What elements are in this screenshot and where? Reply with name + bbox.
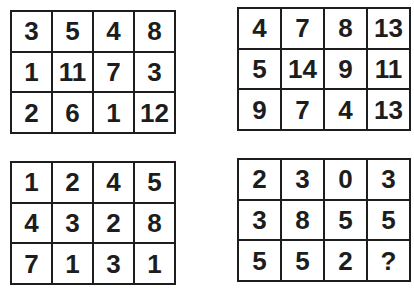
cell-tl-r1c2: 7 (94, 53, 133, 92)
cell-tr-r1c1: 14 (282, 50, 323, 89)
cell-tl-r0c0: 3 (12, 12, 51, 51)
grid-bottom-left: 1 2 4 5 4 3 2 8 7 1 3 1 (10, 161, 176, 285)
cell-tr-r1c3: 11 (368, 50, 409, 89)
puzzle-board: 3 5 4 8 1 11 7 3 2 6 1 12 4 7 8 13 5 14 … (0, 0, 414, 293)
cell-bl-r0c1: 2 (53, 163, 92, 202)
cell-br-r2c1: 5 (282, 241, 323, 280)
cell-tr-r0c0: 4 (239, 9, 280, 48)
cell-tr-r2c3: 13 (368, 90, 409, 129)
cell-br-r0c2: 0 (325, 160, 366, 199)
cell-tr-r0c3: 13 (368, 9, 409, 48)
cell-tr-r0c1: 7 (282, 9, 323, 48)
cell-br-r1c3: 5 (368, 201, 409, 240)
cell-br-r0c1: 3 (282, 160, 323, 199)
cell-tr-r0c2: 8 (325, 9, 366, 48)
cell-tl-r1c3: 3 (135, 53, 174, 92)
cell-bl-r1c0: 4 (12, 204, 51, 243)
cell-br-r2c0: 5 (239, 241, 280, 280)
cell-tl-r0c1: 5 (53, 12, 92, 51)
cell-br-r0c0: 2 (239, 160, 280, 199)
cell-bl-r1c1: 3 (53, 204, 92, 243)
cell-br-r1c1: 8 (282, 201, 323, 240)
cell-bl-r1c3: 8 (135, 204, 174, 243)
grid-top-left: 3 5 4 8 1 11 7 3 2 6 1 12 (10, 10, 176, 134)
cell-bl-r2c2: 3 (94, 244, 133, 283)
cell-br-r2c3 question-mark-cell: ? (368, 241, 409, 280)
grid-bottom-right: 2 3 0 3 3 8 5 5 5 5 2 ? (237, 158, 411, 282)
cell-br-r0c3: 3 (368, 160, 409, 199)
cell-bl-r0c0: 1 (12, 163, 51, 202)
cell-bl-r1c2: 2 (94, 204, 133, 243)
cell-br-r1c2: 5 (325, 201, 366, 240)
cell-tr-r2c1: 7 (282, 90, 323, 129)
cell-tl-r2c0: 2 (12, 93, 51, 132)
grid-top-right: 4 7 8 13 5 14 9 11 9 7 4 13 (237, 7, 411, 131)
cell-tl-r2c2: 1 (94, 93, 133, 132)
cell-bl-r0c2: 4 (94, 163, 133, 202)
cell-bl-r0c3: 5 (135, 163, 174, 202)
cell-bl-r2c0: 7 (12, 244, 51, 283)
cell-tr-r2c0: 9 (239, 90, 280, 129)
cell-bl-r2c1: 1 (53, 244, 92, 283)
cell-tl-r2c1: 6 (53, 93, 92, 132)
cell-tr-r1c0: 5 (239, 50, 280, 89)
cell-bl-r2c3: 1 (135, 244, 174, 283)
cell-tl-r0c3: 8 (135, 12, 174, 51)
cell-tl-r1c1: 11 (53, 53, 92, 92)
cell-tr-r2c2: 4 (325, 90, 366, 129)
cell-tr-r1c2: 9 (325, 50, 366, 89)
cell-tl-r2c3: 12 (135, 93, 174, 132)
cell-br-r1c0: 3 (239, 201, 280, 240)
cell-tl-r0c2: 4 (94, 12, 133, 51)
cell-tl-r1c0: 1 (12, 53, 51, 92)
cell-br-r2c2: 2 (325, 241, 366, 280)
